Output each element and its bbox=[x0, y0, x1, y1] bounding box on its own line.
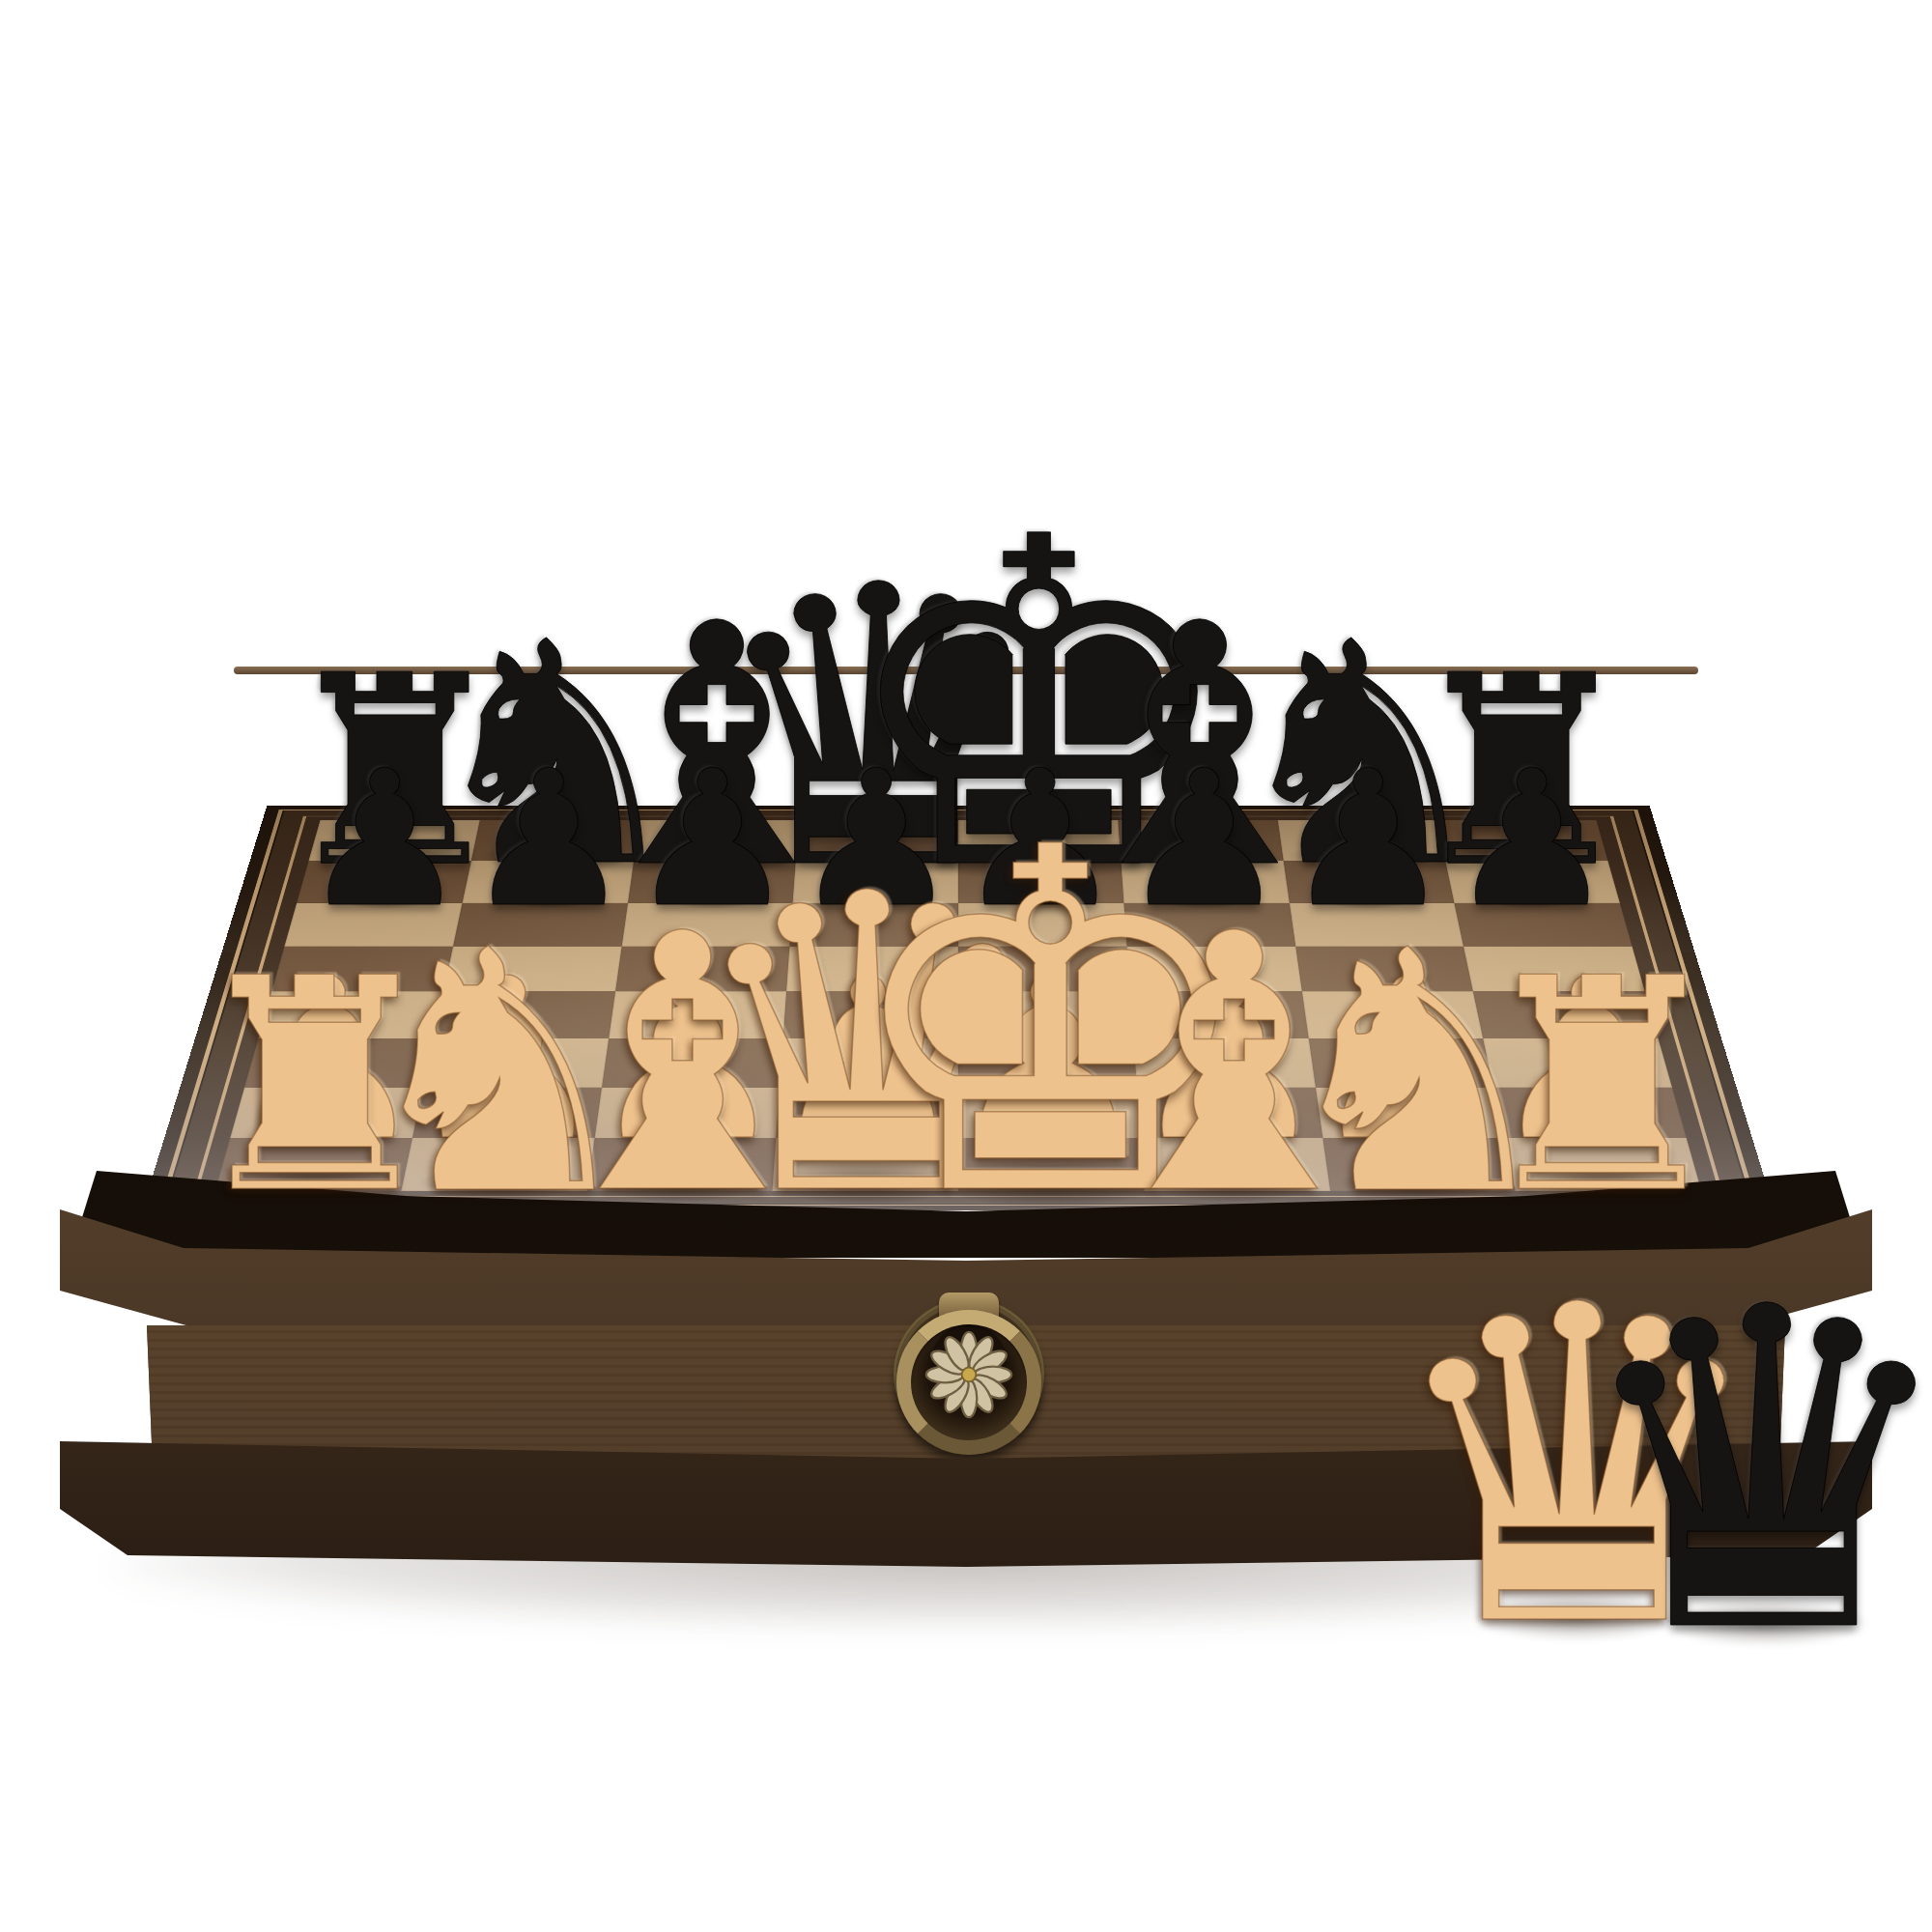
drawer-ring-pull[interactable] bbox=[896, 1310, 1041, 1455]
chess-set-photo-scene: ♜♞♝♛♚♝♞♜♟♟♟♟♟♟♟♟♟♟♟♟♟♟♟♟♜♞♝♛♚♝♞♜♛♛ bbox=[0, 0, 1932, 1932]
piece-black-queen-spare[interactable]: ♛ bbox=[1568, 1251, 1932, 1693]
pieces-layer: ♜♞♝♛♚♝♞♜♟♟♟♟♟♟♟♟♟♟♟♟♟♟♟♟♜♞♝♛♚♝♞♜♛♛ bbox=[0, 0, 1932, 1932]
piece-white-rook-h1[interactable]: ♜ bbox=[1470, 940, 1734, 1234]
